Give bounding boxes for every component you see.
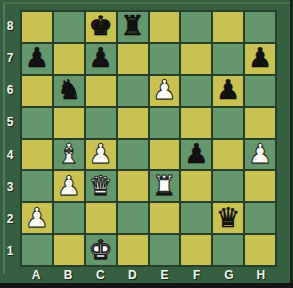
square-a8[interactable]: [22, 12, 52, 42]
black-pawn: ♟: [248, 44, 272, 71]
square-h5[interactable]: [245, 108, 275, 138]
black-queen: ♛: [216, 204, 240, 231]
square-b1[interactable]: [54, 235, 84, 265]
square-g2[interactable]: ♛: [213, 203, 243, 233]
square-c6[interactable]: [86, 76, 116, 106]
square-f1[interactable]: [181, 235, 211, 265]
square-d8[interactable]: ♜: [118, 12, 148, 42]
square-a3[interactable]: [22, 171, 52, 201]
square-d5[interactable]: [118, 108, 148, 138]
file-label-e: E: [149, 267, 181, 283]
file-label-f: F: [181, 267, 213, 283]
file-label-g: G: [213, 267, 245, 283]
chess-board: ♚♜♟♟♟♞♟♟♝♟♟♟♟♛♜♟♛♚: [20, 10, 277, 267]
square-a5[interactable]: [22, 108, 52, 138]
square-f2[interactable]: [181, 203, 211, 233]
square-b4[interactable]: ♝: [54, 140, 84, 170]
white-pawn: ♟: [248, 140, 272, 167]
rank-label-1: 1: [0, 235, 20, 267]
square-c7[interactable]: ♟: [86, 44, 116, 74]
rank-label-4: 4: [0, 139, 20, 171]
frame-highlight-top: [2, 2, 290, 4]
square-h2[interactable]: [245, 203, 275, 233]
square-d4[interactable]: [118, 140, 148, 170]
black-knight: ♞: [57, 76, 81, 103]
rank-label-6: 6: [0, 74, 20, 106]
square-g7[interactable]: [213, 44, 243, 74]
square-e5[interactable]: [150, 108, 180, 138]
square-f7[interactable]: [181, 44, 211, 74]
square-b7[interactable]: [54, 44, 84, 74]
square-f4[interactable]: ♟: [181, 140, 211, 170]
square-b6[interactable]: ♞: [54, 76, 84, 106]
file-label-b: B: [52, 267, 84, 283]
frame-edge-right: [290, 0, 293, 288]
square-a6[interactable]: [22, 76, 52, 106]
square-e3[interactable]: ♜: [150, 171, 180, 201]
file-label-d: D: [116, 267, 148, 283]
square-d7[interactable]: [118, 44, 148, 74]
square-g5[interactable]: [213, 108, 243, 138]
black-pawn: ♟: [89, 44, 113, 71]
square-f5[interactable]: [181, 108, 211, 138]
rank-label-2: 2: [0, 203, 20, 235]
square-c2[interactable]: [86, 203, 116, 233]
file-label-a: A: [20, 267, 52, 283]
white-bishop: ♝: [57, 140, 81, 167]
square-d3[interactable]: [118, 171, 148, 201]
frame-bottom-shadow: [0, 283, 293, 288]
square-g6[interactable]: ♟: [213, 76, 243, 106]
square-g1[interactable]: [213, 235, 243, 265]
square-h4[interactable]: ♟: [245, 140, 275, 170]
rank-label-8: 8: [0, 10, 20, 42]
black-rook: ♜: [120, 12, 144, 39]
square-h6[interactable]: [245, 76, 275, 106]
square-e6[interactable]: ♟: [150, 76, 180, 106]
square-e7[interactable]: [150, 44, 180, 74]
black-pawn: ♟: [216, 76, 240, 103]
white-queen: ♛: [89, 172, 113, 199]
square-d2[interactable]: [118, 203, 148, 233]
chessboard-widget: ♚♜♟♟♟♞♟♟♝♟♟♟♟♛♜♟♛♚ 87654321 ABCDEFGH: [0, 0, 293, 288]
black-king: ♚: [89, 12, 113, 39]
square-f8[interactable]: [181, 12, 211, 42]
white-pawn: ♟: [152, 76, 176, 103]
square-b3[interactable]: ♟: [54, 171, 84, 201]
square-d1[interactable]: [118, 235, 148, 265]
white-pawn: ♟: [25, 204, 49, 231]
rank-label-5: 5: [0, 106, 20, 138]
black-pawn: ♟: [184, 140, 208, 167]
square-g8[interactable]: [213, 12, 243, 42]
square-c4[interactable]: ♟: [86, 140, 116, 170]
file-label-c: C: [84, 267, 116, 283]
square-e8[interactable]: [150, 12, 180, 42]
square-a1[interactable]: [22, 235, 52, 265]
rank-labels: 87654321: [0, 10, 20, 267]
square-c3[interactable]: ♛: [86, 171, 116, 201]
square-e2[interactable]: [150, 203, 180, 233]
black-pawn: ♟: [25, 44, 49, 71]
square-c1[interactable]: ♚: [86, 235, 116, 265]
square-h7[interactable]: ♟: [245, 44, 275, 74]
square-e4[interactable]: [150, 140, 180, 170]
square-f6[interactable]: [181, 76, 211, 106]
file-label-h: H: [245, 267, 277, 283]
rank-label-3: 3: [0, 171, 20, 203]
square-g3[interactable]: [213, 171, 243, 201]
square-b5[interactable]: [54, 108, 84, 138]
square-d6[interactable]: [118, 76, 148, 106]
square-h3[interactable]: [245, 171, 275, 201]
square-b8[interactable]: [54, 12, 84, 42]
square-b2[interactable]: [54, 203, 84, 233]
square-c8[interactable]: ♚: [86, 12, 116, 42]
white-pawn: ♟: [57, 172, 81, 199]
square-e1[interactable]: [150, 235, 180, 265]
white-king: ♚: [89, 236, 113, 263]
white-pawn: ♟: [89, 140, 113, 167]
file-labels: ABCDEFGH: [20, 267, 277, 283]
rank-label-7: 7: [0, 42, 20, 74]
square-h1[interactable]: [245, 235, 275, 265]
square-g4[interactable]: [213, 140, 243, 170]
square-a2[interactable]: ♟: [22, 203, 52, 233]
white-rook: ♜: [152, 172, 176, 199]
square-f3[interactable]: [181, 171, 211, 201]
square-a7[interactable]: ♟: [22, 44, 52, 74]
square-c5[interactable]: [86, 108, 116, 138]
square-a4[interactable]: [22, 140, 52, 170]
square-h8[interactable]: [245, 12, 275, 42]
